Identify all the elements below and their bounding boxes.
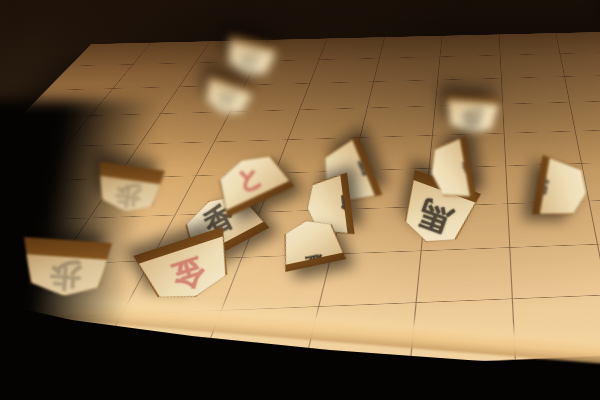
- piece-side: 歩: [442, 94, 501, 137]
- shogi-photo-scene: 歩歩歩桂馬角行飛車香金と歩歩馬歩兵銀将: [0, 0, 600, 400]
- piece-side: 歩: [93, 162, 165, 217]
- shogi-piece[interactable]: 銀将: [532, 155, 592, 223]
- piece-kanji: 銀将: [564, 179, 568, 200]
- shogi-piece[interactable]: 歩: [442, 94, 501, 137]
- piece-face: 歩: [23, 254, 108, 298]
- piece-kanji: 角行: [325, 197, 327, 216]
- piece-kanji: 歩: [113, 181, 142, 211]
- piece-kanji: 歩: [237, 48, 262, 73]
- piece-face: 歩: [444, 99, 499, 135]
- piece-kanji: 歩: [460, 106, 483, 129]
- piece-kanji: 歩兵: [447, 162, 450, 179]
- piece-face: 銀将: [540, 158, 591, 221]
- shogi-piece[interactable]: 歩: [20, 237, 112, 299]
- piece-kanji: 歩: [214, 87, 239, 112]
- piece-side: 銀将: [532, 155, 592, 223]
- piece-kanji: 金: [168, 252, 209, 294]
- piece-kanji: 飛車: [301, 238, 320, 242]
- piece-kanji: 歩: [49, 259, 83, 293]
- shogi-piece[interactable]: 歩: [93, 162, 165, 217]
- piece-side: 歩: [20, 237, 112, 299]
- piece-kanji: と: [232, 161, 267, 196]
